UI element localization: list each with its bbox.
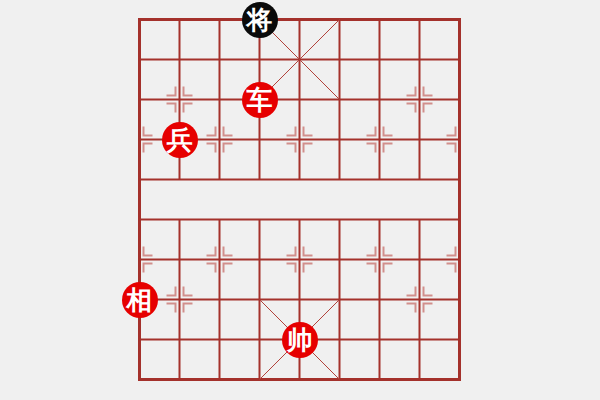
black-general[interactable]: 将 bbox=[242, 2, 278, 38]
red-chariot[interactable]: 车 bbox=[242, 82, 278, 118]
red-soldier[interactable]: 兵 bbox=[162, 122, 198, 158]
xiangqi-screen: 将车兵相帅 bbox=[0, 0, 600, 400]
red-elephant[interactable]: 相 bbox=[122, 282, 158, 318]
pieces-layer: 将车兵相帅 bbox=[120, 0, 480, 400]
red-general[interactable]: 帅 bbox=[282, 322, 318, 358]
